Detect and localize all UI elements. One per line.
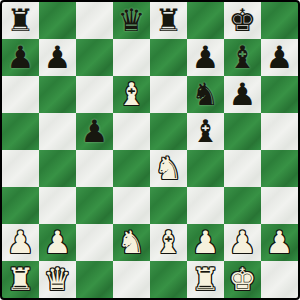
square-a8[interactable]: ♜: [2, 2, 39, 39]
square-b6[interactable]: [39, 76, 76, 113]
square-b3[interactable]: [39, 187, 76, 224]
square-f3[interactable]: [187, 187, 224, 224]
square-g3[interactable]: [224, 187, 261, 224]
square-h4[interactable]: [261, 150, 298, 187]
square-g6[interactable]: ♟: [224, 76, 261, 113]
square-a5[interactable]: [2, 113, 39, 150]
square-b4[interactable]: [39, 150, 76, 187]
square-c8[interactable]: [76, 2, 113, 39]
square-d4[interactable]: [113, 150, 150, 187]
square-c3[interactable]: [76, 187, 113, 224]
square-f2[interactable]: ♟: [187, 224, 224, 261]
square-c1[interactable]: [76, 261, 113, 298]
square-d5[interactable]: [113, 113, 150, 150]
square-d7[interactable]: [113, 39, 150, 76]
square-a3[interactable]: [2, 187, 39, 224]
black-king[interactable]: ♚: [229, 2, 257, 39]
square-f1[interactable]: ♜: [187, 261, 224, 298]
square-b1[interactable]: ♛: [39, 261, 76, 298]
black-pawn[interactable]: ♟: [44, 39, 72, 76]
white-pawn[interactable]: ♟: [266, 224, 294, 261]
square-a1[interactable]: ♜: [2, 261, 39, 298]
black-pawn[interactable]: ♟: [266, 39, 294, 76]
white-pawn[interactable]: ♟: [7, 224, 35, 261]
square-g2[interactable]: ♟: [224, 224, 261, 261]
square-f7[interactable]: ♟: [187, 39, 224, 76]
white-bishop[interactable]: ♝: [118, 76, 146, 113]
square-e5[interactable]: [150, 113, 187, 150]
square-h7[interactable]: ♟: [261, 39, 298, 76]
white-queen[interactable]: ♛: [44, 261, 72, 298]
black-knight[interactable]: ♞: [192, 76, 220, 113]
square-f4[interactable]: [187, 150, 224, 187]
square-h8[interactable]: [261, 2, 298, 39]
square-f6[interactable]: ♞: [187, 76, 224, 113]
square-b2[interactable]: ♟: [39, 224, 76, 261]
white-knight[interactable]: ♞: [155, 150, 183, 187]
square-g1[interactable]: ♚: [224, 261, 261, 298]
square-e6[interactable]: [150, 76, 187, 113]
square-d2[interactable]: ♞: [113, 224, 150, 261]
white-pawn[interactable]: ♟: [192, 224, 220, 261]
square-b8[interactable]: [39, 2, 76, 39]
square-h2[interactable]: ♟: [261, 224, 298, 261]
black-pawn[interactable]: ♟: [192, 39, 220, 76]
square-d6[interactable]: ♝: [113, 76, 150, 113]
square-a6[interactable]: [2, 76, 39, 113]
black-pawn[interactable]: ♟: [229, 76, 257, 113]
square-c7[interactable]: [76, 39, 113, 76]
chess-board: ♜♛♜♚♟♟♟♝♟♝♞♟♟♝♞♟♟♞♝♟♟♟♜♛♜♚: [2, 2, 298, 298]
square-d3[interactable]: [113, 187, 150, 224]
square-g5[interactable]: [224, 113, 261, 150]
square-d8[interactable]: ♛: [113, 2, 150, 39]
square-e4[interactable]: ♞: [150, 150, 187, 187]
white-rook[interactable]: ♜: [7, 261, 35, 298]
white-knight[interactable]: ♞: [118, 224, 146, 261]
square-e1[interactable]: [150, 261, 187, 298]
square-e7[interactable]: [150, 39, 187, 76]
square-a7[interactable]: ♟: [2, 39, 39, 76]
square-c2[interactable]: [76, 224, 113, 261]
square-b5[interactable]: [39, 113, 76, 150]
black-rook[interactable]: ♜: [7, 2, 35, 39]
square-h6[interactable]: [261, 76, 298, 113]
chess-board-frame: ♜♛♜♚♟♟♟♝♟♝♞♟♟♝♞♟♟♞♝♟♟♟♜♛♜♚: [0, 0, 300, 300]
black-queen[interactable]: ♛: [118, 2, 146, 39]
square-c5[interactable]: ♟: [76, 113, 113, 150]
square-a2[interactable]: ♟: [2, 224, 39, 261]
square-e2[interactable]: ♝: [150, 224, 187, 261]
square-c4[interactable]: [76, 150, 113, 187]
black-pawn[interactable]: ♟: [7, 39, 35, 76]
square-g4[interactable]: [224, 150, 261, 187]
white-bishop[interactable]: ♝: [155, 224, 183, 261]
square-g8[interactable]: ♚: [224, 2, 261, 39]
black-pawn[interactable]: ♟: [81, 113, 109, 150]
square-c6[interactable]: [76, 76, 113, 113]
white-rook[interactable]: ♜: [192, 261, 220, 298]
white-pawn[interactable]: ♟: [44, 224, 72, 261]
black-bishop[interactable]: ♝: [229, 39, 257, 76]
square-f5[interactable]: ♝: [187, 113, 224, 150]
square-f8[interactable]: [187, 2, 224, 39]
white-pawn[interactable]: ♟: [229, 224, 257, 261]
white-king[interactable]: ♚: [229, 261, 257, 298]
black-rook[interactable]: ♜: [155, 2, 183, 39]
square-h3[interactable]: [261, 187, 298, 224]
square-h5[interactable]: [261, 113, 298, 150]
square-b7[interactable]: ♟: [39, 39, 76, 76]
square-e3[interactable]: [150, 187, 187, 224]
square-h1[interactable]: [261, 261, 298, 298]
square-a4[interactable]: [2, 150, 39, 187]
square-d1[interactable]: [113, 261, 150, 298]
black-bishop[interactable]: ♝: [192, 113, 220, 150]
square-g7[interactable]: ♝: [224, 39, 261, 76]
square-e8[interactable]: ♜: [150, 2, 187, 39]
